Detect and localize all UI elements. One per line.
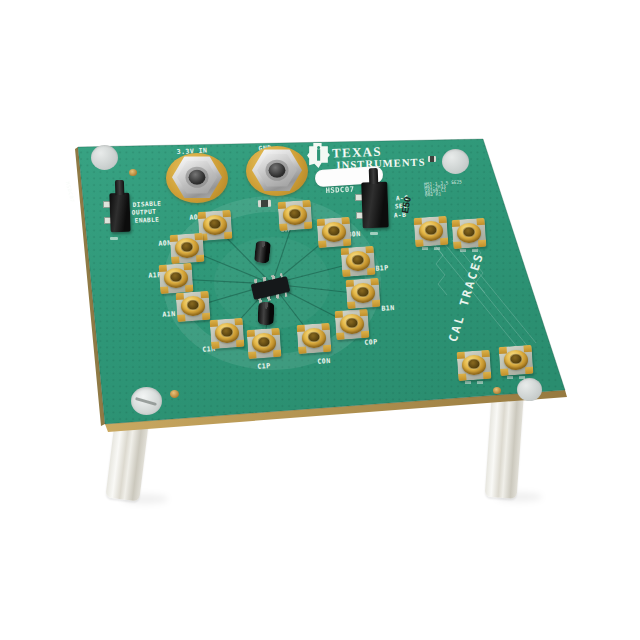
rf-connector-center [170, 272, 183, 283]
rf-connector-label: B1P [375, 264, 389, 272]
rf-connector-barrel [302, 328, 326, 348]
jumper-label: OUTPUT [132, 208, 157, 216]
rf-connector-barrel [351, 283, 375, 303]
component-layer: TEXAS INSTRUMENTS HSDC07 HSDC07 3.3V IN … [0, 0, 640, 640]
rf-connector-barrel [283, 205, 307, 225]
rf-connector-center [510, 354, 523, 365]
smd-component [428, 156, 436, 162]
ti-logo [306, 142, 331, 173]
output-enable-jumper [109, 193, 130, 233]
rf-connector-label: B1N [381, 304, 395, 312]
rf-connector-label: C0P [364, 338, 378, 346]
screw-head [131, 387, 162, 415]
terminal-nut-hole [189, 170, 206, 185]
ic-chip [251, 276, 291, 300]
ref-designator-mark [460, 249, 466, 252]
rf-connector-barrel [462, 355, 486, 375]
rf-connector-barrel [419, 221, 443, 241]
rf-connector-barrel [340, 314, 364, 334]
rf-connector-center [209, 219, 222, 230]
fiducial-dot [170, 390, 179, 398]
rf-connector-barrel [203, 215, 227, 235]
rf-connector-label: A1N [162, 310, 176, 318]
rf-connector-barrel [164, 268, 188, 288]
mounting-hole [517, 378, 542, 401]
ref-designator-mark [465, 381, 471, 384]
cal-traces-label: CAL TRACES [446, 251, 486, 344]
rf-connector-center [328, 226, 341, 237]
rf-connector-barrel [252, 333, 276, 353]
rf-connector-center [357, 287, 370, 298]
fiducial-dot [493, 387, 501, 394]
rf-connector-center [221, 327, 234, 338]
ref-designator-mark [422, 247, 428, 250]
ref-designator-mark [519, 376, 525, 379]
fine-print: M51-1 3.5 SE25 M91-2R13 S0199-C1 003 R1 [424, 180, 463, 197]
edge-marking-text: HSDC07 [64, 181, 75, 203]
rf-connector-center [425, 225, 438, 236]
rf-connector-barrel [181, 296, 205, 316]
rf-connector-label: C0N [317, 357, 331, 365]
ti-bug-icon [306, 142, 331, 169]
rf-connector-label: C1P [257, 362, 271, 370]
terminal-nut-hole [269, 163, 286, 178]
ref-designator-mark [477, 381, 483, 384]
rf-connector-center [187, 300, 200, 311]
rf-connector-center [352, 255, 365, 266]
mounting-hole [91, 145, 118, 170]
jumper-label: ENABLE [135, 216, 160, 224]
board-name-text: HSDC07 [325, 185, 354, 195]
ic-leads [254, 273, 283, 283]
photo-stage: TEXAS INSTRUMENTS HSDC07 HSDC07 3.3V IN … [0, 0, 640, 640]
jumper-pin [115, 180, 125, 195]
mounting-hole [442, 149, 469, 174]
capacitor [254, 240, 271, 263]
rf-connector-center [468, 359, 481, 370]
rf-connector-center [289, 209, 302, 220]
rf-connector-barrel [215, 323, 239, 343]
jumper-pin [369, 168, 379, 184]
clock-select-jumper [361, 182, 389, 229]
rf-connector-barrel [346, 251, 370, 271]
rf-connector-barrel [322, 222, 346, 242]
rf-connector-barrel [457, 223, 481, 243]
rf-connector-center [258, 337, 271, 348]
ref-designator-mark [434, 247, 440, 250]
rf-connector-barrel [504, 350, 528, 370]
ref-designator-mark [507, 376, 513, 379]
rf-connector-center [463, 227, 476, 238]
rf-connector-center [308, 332, 321, 343]
jumper-label: DISABLE [132, 200, 161, 208]
rf-connector-center [346, 318, 359, 329]
rf-connector-barrel [175, 238, 199, 258]
date-code-stamp: E50 [400, 196, 413, 214]
capacitor [258, 302, 275, 326]
smd-component [258, 200, 271, 208]
rf-connector-center [181, 242, 194, 253]
fiducial-dot [129, 169, 137, 176]
ref-designator-mark [110, 237, 118, 240]
ref-designator-mark [370, 232, 378, 235]
